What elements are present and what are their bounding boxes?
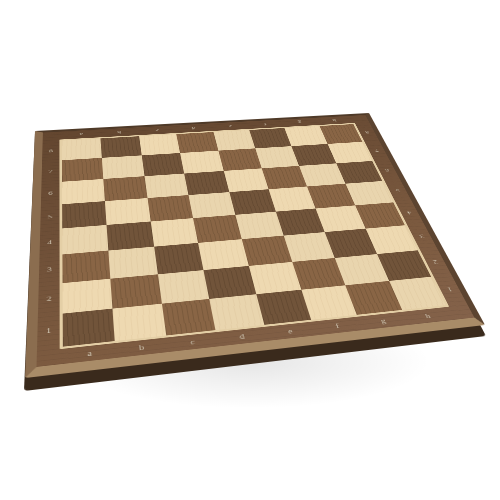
rank-label: 4	[40, 229, 60, 257]
square-d6	[184, 171, 229, 195]
square-b5	[105, 198, 150, 225]
square-a5	[62, 201, 107, 228]
square-d8	[176, 132, 218, 153]
square-c3	[154, 243, 204, 274]
rank-label: 5	[40, 204, 59, 230]
square-b4	[107, 221, 154, 250]
square-d4	[193, 215, 241, 243]
square-d3	[198, 239, 248, 269]
square-e3	[241, 236, 292, 266]
square-b1	[113, 304, 166, 341]
rank-label: 7	[41, 161, 59, 183]
square-b6	[104, 176, 148, 201]
square-b7	[102, 155, 144, 178]
square-d2	[204, 266, 256, 299]
square-a8	[62, 138, 102, 160]
square-d5	[189, 192, 235, 218]
square-e8	[213, 130, 255, 151]
square-e7	[218, 148, 262, 170]
product-photo-stage: 87654321 87654321 abcdefgh abcdefgh	[0, 0, 500, 500]
square-a1	[63, 308, 115, 346]
square-c5	[147, 195, 193, 222]
square-a6	[62, 179, 105, 204]
square-d1	[209, 294, 264, 330]
square-e6	[223, 168, 268, 192]
square-c8	[139, 134, 180, 155]
rank-label: 1	[37, 314, 60, 350]
square-c1	[162, 299, 216, 336]
square-f6	[262, 166, 308, 190]
rank-label: 8	[42, 141, 59, 162]
rank-label: 2	[38, 283, 60, 316]
square-c4	[151, 218, 199, 247]
square-a4	[62, 225, 108, 255]
square-c6	[144, 173, 188, 198]
rank-label: 3	[39, 255, 60, 285]
square-d7	[180, 151, 223, 174]
square-a7	[62, 158, 104, 182]
rank-label: 6	[41, 182, 60, 206]
square-b8	[101, 136, 142, 158]
square-c7	[142, 153, 185, 176]
rank-labels-left: 87654321	[37, 141, 60, 350]
